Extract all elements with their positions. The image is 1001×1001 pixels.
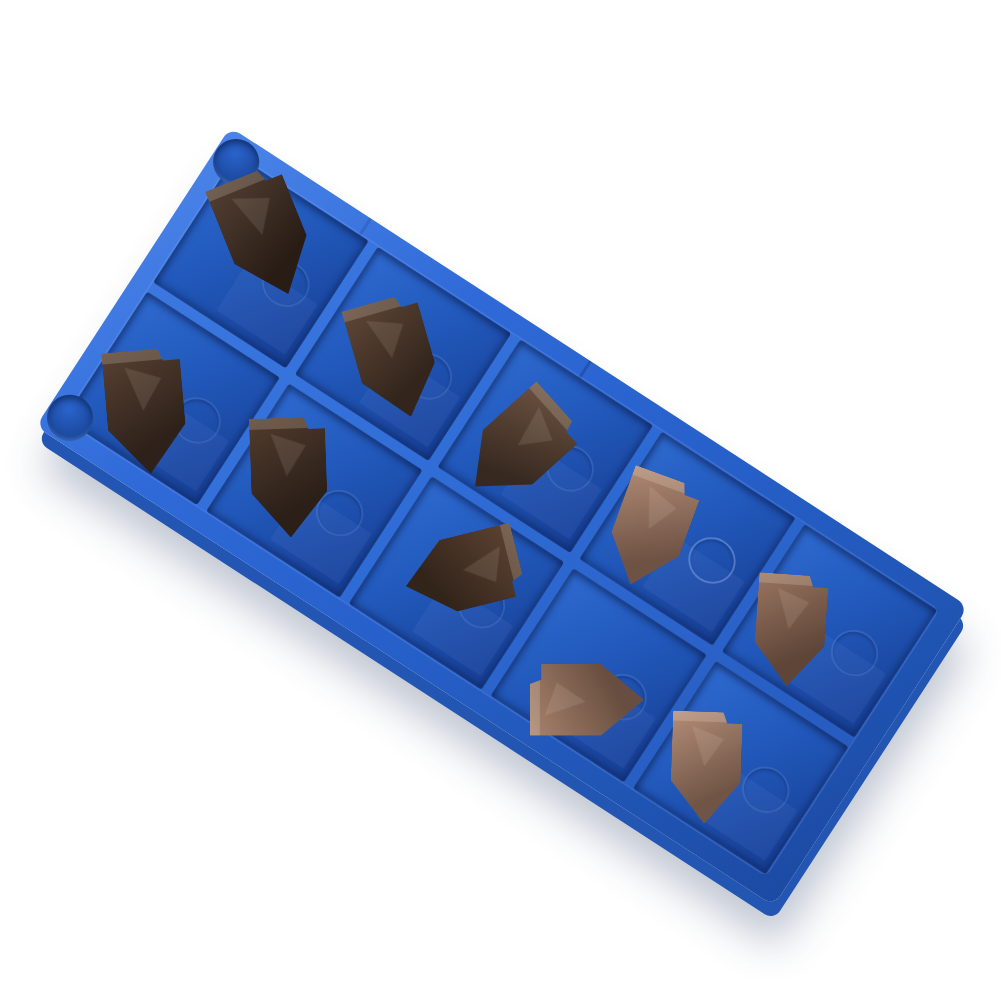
insert-sheen — [691, 725, 725, 766]
insert-sheen — [366, 311, 412, 362]
insert-edge-facet — [205, 162, 282, 202]
insert-sheen — [545, 682, 586, 715]
carbide-insert — [530, 663, 644, 735]
insert-sheen — [459, 546, 508, 589]
insert-edge-facet — [249, 416, 325, 429]
carbide-insert — [205, 162, 325, 308]
tray — [36, 127, 968, 906]
insert-edge-facet — [632, 465, 703, 499]
carbide-insert — [669, 710, 743, 824]
carbide-insert — [397, 522, 527, 622]
insert-edge-facet — [499, 522, 527, 596]
insert-edge-facet — [759, 572, 830, 587]
insert-sheen — [271, 432, 307, 476]
carbide-insert — [450, 381, 586, 514]
inserts-layer — [36, 127, 968, 906]
carbide-insert — [101, 346, 190, 476]
insert-edge-facet — [673, 710, 743, 723]
carbide-insert — [597, 465, 704, 597]
carbide-insert — [752, 572, 830, 689]
insert-edge-facet — [341, 290, 417, 321]
carbide-insert — [249, 416, 329, 539]
insert-sheen — [775, 588, 810, 630]
insert-sheen — [124, 364, 164, 412]
insert-sheen — [231, 185, 281, 240]
carbide-insert — [341, 290, 447, 426]
product-photo — [0, 0, 1001, 1001]
insert-edge-facet — [101, 346, 180, 364]
insert-edge-facet — [530, 663, 540, 735]
insert-sheen — [636, 485, 681, 535]
